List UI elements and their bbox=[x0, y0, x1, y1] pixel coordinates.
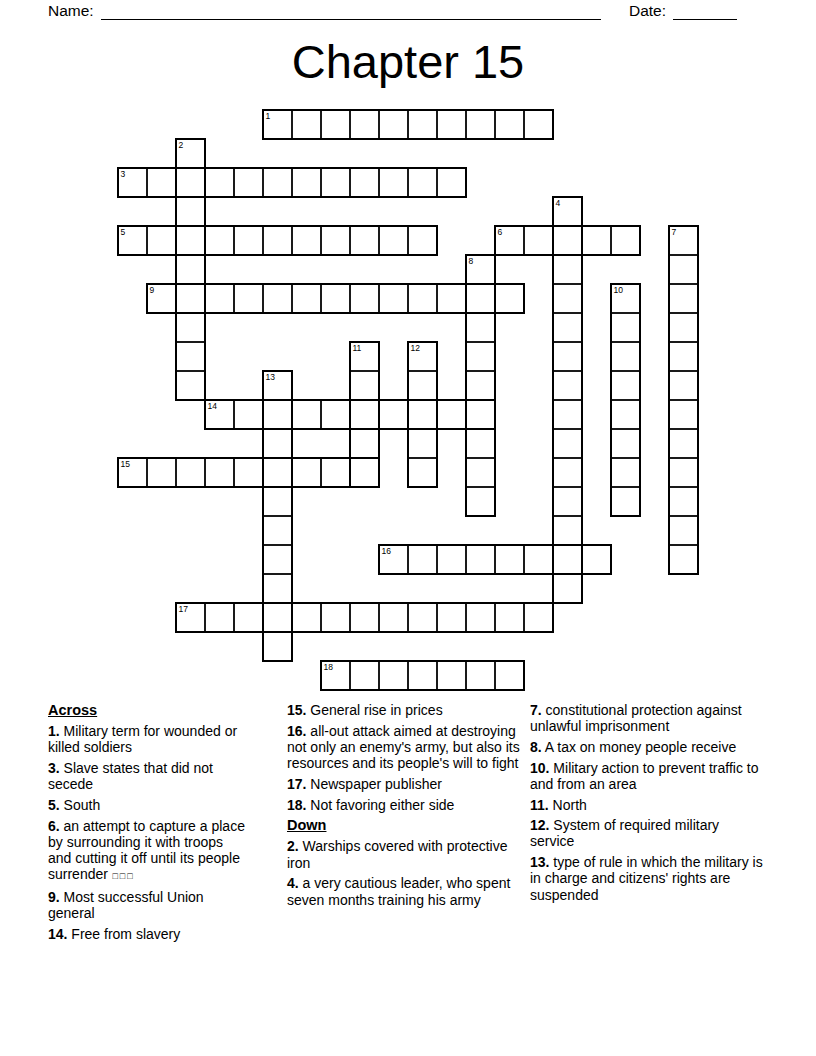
grid-cell-r5c15[interactable] bbox=[553, 255, 582, 284]
clue-number-label: 7. bbox=[530, 702, 542, 718]
grid-cell-r17c6[interactable] bbox=[292, 603, 321, 632]
clue-number-label: 1. bbox=[48, 723, 60, 739]
grid-cell-r4c6[interactable] bbox=[292, 226, 321, 255]
grid-cell-r2c3[interactable] bbox=[205, 168, 234, 197]
grid-cell-r10c9[interactable] bbox=[379, 400, 408, 429]
grid-cell-r17c2[interactable] bbox=[176, 603, 205, 632]
clue-4: 4. a very cautious leader, who spent sev… bbox=[287, 875, 532, 907]
grid-cell-r0c14[interactable] bbox=[524, 110, 553, 139]
grid-cell-r2c7[interactable] bbox=[321, 168, 350, 197]
grid-cell-r6c19[interactable] bbox=[669, 284, 698, 313]
grid-cell-r14c19[interactable] bbox=[669, 516, 698, 545]
grid-cell-r12c15[interactable] bbox=[553, 458, 582, 487]
grid-cell-r18c5[interactable] bbox=[263, 632, 292, 661]
grid-cell-r4c16[interactable] bbox=[582, 226, 611, 255]
grid-cell-r0c6[interactable] bbox=[292, 110, 321, 139]
clue-number-label: 8. bbox=[530, 739, 542, 755]
grid-cell-r4c4[interactable] bbox=[234, 226, 263, 255]
grid-cell-r12c8[interactable] bbox=[350, 458, 379, 487]
grid-cell-r11c12[interactable] bbox=[466, 429, 495, 458]
grid-cell-r8c2[interactable] bbox=[176, 342, 205, 371]
grid-cell-r16c5[interactable] bbox=[263, 574, 292, 603]
grid-cell-r15c11[interactable] bbox=[437, 545, 466, 574]
clue-7: 7. constitutional protection against unl… bbox=[530, 702, 767, 734]
grid-cell-r4c1[interactable] bbox=[147, 226, 176, 255]
grid-cell-r6c8[interactable] bbox=[350, 284, 379, 313]
grid-cell-r9c17[interactable] bbox=[611, 371, 640, 400]
grid-cell-r6c3[interactable] bbox=[205, 284, 234, 313]
grid-cell-r4c8[interactable] bbox=[350, 226, 379, 255]
grid-cell-r10c3[interactable] bbox=[205, 400, 234, 429]
name-label: Name: bbox=[48, 1, 94, 20]
clue-number-label: 4. bbox=[287, 875, 299, 891]
clue-number-label: 6. bbox=[48, 818, 60, 834]
grid-cell-r11c5[interactable] bbox=[263, 429, 292, 458]
grid-cell-r0c12[interactable] bbox=[466, 110, 495, 139]
grid-cell-r6c15[interactable] bbox=[553, 284, 582, 313]
missing-glyph-boxes: □□□ bbox=[108, 871, 135, 881]
grid-cell-r19c9[interactable] bbox=[379, 661, 408, 690]
grid-cell-r11c10[interactable] bbox=[408, 429, 437, 458]
grid-cell-r6c6[interactable] bbox=[292, 284, 321, 313]
grid-cell-r4c9[interactable] bbox=[379, 226, 408, 255]
grid-cell-r9c12[interactable] bbox=[466, 371, 495, 400]
grid-cell-r2c6[interactable] bbox=[292, 168, 321, 197]
grid-cell-r6c17[interactable] bbox=[611, 284, 640, 313]
clue-1: 1. Military term for wounded or killed s… bbox=[48, 723, 250, 755]
grid-cell-r4c13[interactable] bbox=[495, 226, 524, 255]
grid-cell-r6c7[interactable] bbox=[321, 284, 350, 313]
grid-cell-r0c10[interactable] bbox=[408, 110, 437, 139]
clue-number-label: 2. bbox=[287, 838, 299, 854]
grid-cell-r8c17[interactable] bbox=[611, 342, 640, 371]
clue-number-label: 16. bbox=[287, 723, 306, 739]
clue-5: 5. South bbox=[48, 797, 250, 813]
grid-cell-r13c5[interactable] bbox=[263, 487, 292, 516]
grid-cell-r15c14[interactable] bbox=[524, 545, 553, 574]
grid-cell-r4c7[interactable] bbox=[321, 226, 350, 255]
grid-cell-r6c10[interactable] bbox=[408, 284, 437, 313]
clue-2: 2. Warships covered with protective iron bbox=[287, 838, 532, 870]
grid-cell-r2c0[interactable] bbox=[118, 168, 147, 197]
grid-cell-r17c8[interactable] bbox=[350, 603, 379, 632]
grid-cell-r4c19[interactable] bbox=[669, 226, 698, 255]
grid-cell-r2c5[interactable] bbox=[263, 168, 292, 197]
grid-cell-r6c2[interactable] bbox=[176, 284, 205, 313]
grid-cell-r15c16[interactable] bbox=[582, 545, 611, 574]
grid-cell-r9c5[interactable] bbox=[263, 371, 292, 400]
clue-number-label: 5. bbox=[48, 797, 60, 813]
grid-cell-r5c2[interactable] bbox=[176, 255, 205, 284]
grid-cell-r3c15[interactable] bbox=[553, 197, 582, 226]
grid-cell-r19c13[interactable] bbox=[495, 661, 524, 690]
clue-11: 11. North bbox=[530, 797, 767, 813]
header: Name: Date: bbox=[48, 1, 737, 20]
clue-number-label: 18. bbox=[287, 797, 306, 813]
clue-14: 14. Free from slavery bbox=[48, 926, 250, 942]
grid-cell-r1c2[interactable] bbox=[176, 139, 205, 168]
grid-cell-r17c3[interactable] bbox=[205, 603, 234, 632]
grid-cell-r6c5[interactable] bbox=[263, 284, 292, 313]
grid-cell-r17c5[interactable] bbox=[263, 603, 292, 632]
grid-cell-r8c12[interactable] bbox=[466, 342, 495, 371]
grid-cell-r19c10[interactable] bbox=[408, 661, 437, 690]
grid-cell-r9c2[interactable] bbox=[176, 371, 205, 400]
grid-cell-r6c12[interactable] bbox=[466, 284, 495, 313]
grid-cell-r0c13[interactable] bbox=[495, 110, 524, 139]
grid-cell-r12c4[interactable] bbox=[234, 458, 263, 487]
grid-cell-r6c1[interactable] bbox=[147, 284, 176, 313]
grid-cell-r0c5[interactable] bbox=[263, 110, 292, 139]
grid-cell-r2c1[interactable] bbox=[147, 168, 176, 197]
grid-cell-r12c1[interactable] bbox=[147, 458, 176, 487]
grid-cell-r2c2[interactable] bbox=[176, 168, 205, 197]
clue-13: 13. type of rule in which the military i… bbox=[530, 854, 767, 903]
clues-column-middle: 15. General rise in prices16. all-out at… bbox=[287, 702, 532, 912]
grid-cell-r17c12[interactable] bbox=[466, 603, 495, 632]
grid-cell-r7c17[interactable] bbox=[611, 313, 640, 342]
grid-cell-r10c15[interactable] bbox=[553, 400, 582, 429]
grid-cell-r4c10[interactable] bbox=[408, 226, 437, 255]
clue-16: 16. all-out attack aimed at destroying n… bbox=[287, 723, 532, 772]
grid-cell-r7c19[interactable] bbox=[669, 313, 698, 342]
grid-cell-r12c0[interactable] bbox=[118, 458, 147, 487]
grid-cell-r7c12[interactable] bbox=[466, 313, 495, 342]
grid-cell-r5c12[interactable] bbox=[466, 255, 495, 284]
name-fill-line bbox=[101, 5, 601, 20]
clue-3: 3. Slave states that did not secede bbox=[48, 760, 250, 792]
grid-cell-r13c17[interactable] bbox=[611, 487, 640, 516]
grid-cell-r10c8[interactable] bbox=[350, 400, 379, 429]
grid-cell-r15c10[interactable] bbox=[408, 545, 437, 574]
grid-cell-r8c19[interactable] bbox=[669, 342, 698, 371]
grid-cell-r2c9[interactable] bbox=[379, 168, 408, 197]
clue-number-label: 3. bbox=[48, 760, 60, 776]
grid-cell-r13c15[interactable] bbox=[553, 487, 582, 516]
clue-15: 15. General rise in prices bbox=[287, 702, 532, 718]
grid-cell-r19c11[interactable] bbox=[437, 661, 466, 690]
clue-10: 10. Military action to prevent traffic t… bbox=[530, 760, 767, 792]
grid-cell-r6c9[interactable] bbox=[379, 284, 408, 313]
grid-cell-r8c10[interactable] bbox=[408, 342, 437, 371]
crossword-grid: 123456789101112131415161718 bbox=[118, 110, 699, 691]
grid-cell-r4c14[interactable] bbox=[524, 226, 553, 255]
grid-cell-r12c12[interactable] bbox=[466, 458, 495, 487]
grid-cell-r17c14[interactable] bbox=[524, 603, 553, 632]
grid-cell-r4c15[interactable] bbox=[553, 226, 582, 255]
grid-cell-r17c7[interactable] bbox=[321, 603, 350, 632]
grid-cell-r10c7[interactable] bbox=[321, 400, 350, 429]
clues-heading-across: Across bbox=[48, 702, 250, 718]
grid-cell-r12c5[interactable] bbox=[263, 458, 292, 487]
grid-cell-r4c17[interactable] bbox=[611, 226, 640, 255]
grid-cell-r11c8[interactable] bbox=[350, 429, 379, 458]
clue-number-label: 13. bbox=[530, 854, 549, 870]
grid-cell-r17c4[interactable] bbox=[234, 603, 263, 632]
grid-cell-r9c15[interactable] bbox=[553, 371, 582, 400]
date-label: Date: bbox=[629, 1, 666, 20]
clue-9: 9. Most successful Union general bbox=[48, 889, 250, 921]
grid-cell-r19c7[interactable] bbox=[321, 661, 350, 690]
grid-cell-r12c7[interactable] bbox=[321, 458, 350, 487]
grid-cell-r14c5[interactable] bbox=[263, 516, 292, 545]
clue-12: 12. System of required military service bbox=[530, 817, 767, 849]
grid-cell-r8c15[interactable] bbox=[553, 342, 582, 371]
clue-number-label: 9. bbox=[48, 889, 60, 905]
grid-cell-r2c11[interactable] bbox=[437, 168, 466, 197]
grid-cell-r19c8[interactable] bbox=[350, 661, 379, 690]
clues-column-right: 7. constitutional protection against unl… bbox=[530, 702, 767, 907]
grid-cell-r15c12[interactable] bbox=[466, 545, 495, 574]
grid-cell-r10c5[interactable] bbox=[263, 400, 292, 429]
clues-heading-down: Down bbox=[287, 817, 532, 833]
grid-cell-r11c19[interactable] bbox=[669, 429, 698, 458]
grid-cell-r12c17[interactable] bbox=[611, 458, 640, 487]
grid-cell-r12c6[interactable] bbox=[292, 458, 321, 487]
grid-cell-r0c7[interactable] bbox=[321, 110, 350, 139]
grid-cell-r10c17[interactable] bbox=[611, 400, 640, 429]
grid-cell-r2c8[interactable] bbox=[350, 168, 379, 197]
grid-cell-r4c3[interactable] bbox=[205, 226, 234, 255]
grid-cell-r12c3[interactable] bbox=[205, 458, 234, 487]
grid-cell-r10c10[interactable] bbox=[408, 400, 437, 429]
clues-column-left: Across1. Military term for wounded or ki… bbox=[48, 702, 250, 947]
grid-cell-r17c11[interactable] bbox=[437, 603, 466, 632]
clue-number-label: 11. bbox=[530, 797, 549, 813]
grid-cell-r2c10[interactable] bbox=[408, 168, 437, 197]
grid-cell-r13c12[interactable] bbox=[466, 487, 495, 516]
grid-cell-r8c8[interactable] bbox=[350, 342, 379, 371]
grid-cell-r12c19[interactable] bbox=[669, 458, 698, 487]
grid-cell-r0c11[interactable] bbox=[437, 110, 466, 139]
clue-number-label: 12. bbox=[530, 817, 549, 833]
grid-cell-r15c15[interactable] bbox=[553, 545, 582, 574]
clue-6: 6. an attempt to capture a place by surr… bbox=[48, 818, 250, 885]
grid-cell-r4c2[interactable] bbox=[176, 226, 205, 255]
clue-number-label: 14. bbox=[48, 926, 67, 942]
grid-cell-r7c2[interactable] bbox=[176, 313, 205, 342]
grid-cell-r0c8[interactable] bbox=[350, 110, 379, 139]
grid-cell-r17c13[interactable] bbox=[495, 603, 524, 632]
clue-18: 18. Not favoring either side bbox=[287, 797, 532, 813]
grid-cell-r4c0[interactable] bbox=[118, 226, 147, 255]
grid-cell-r10c19[interactable] bbox=[669, 400, 698, 429]
clue-number-label: 17. bbox=[287, 776, 306, 792]
clue-number-label: 10. bbox=[530, 760, 549, 776]
grid-cell-r14c15[interactable] bbox=[553, 516, 582, 545]
grid-cell-r4c5[interactable] bbox=[263, 226, 292, 255]
grid-cell-r11c15[interactable] bbox=[553, 429, 582, 458]
clue-17: 17. Newspaper publisher bbox=[287, 776, 532, 792]
grid-cell-r10c4[interactable] bbox=[234, 400, 263, 429]
grid-cell-r15c19[interactable] bbox=[669, 545, 698, 574]
grid-cell-r11c17[interactable] bbox=[611, 429, 640, 458]
grid-cell-r6c13[interactable] bbox=[495, 284, 524, 313]
grid-cell-r16c15[interactable] bbox=[553, 574, 582, 603]
grid-cell-r15c5[interactable] bbox=[263, 545, 292, 574]
grid-cell-r15c13[interactable] bbox=[495, 545, 524, 574]
grid-cell-r19c12[interactable] bbox=[466, 661, 495, 690]
grid-cell-r12c2[interactable] bbox=[176, 458, 205, 487]
grid-cell-r9c10[interactable] bbox=[408, 371, 437, 400]
grid-cell-r17c10[interactable] bbox=[408, 603, 437, 632]
grid-cell-r9c8[interactable] bbox=[350, 371, 379, 400]
grid-cell-r2c4[interactable] bbox=[234, 168, 263, 197]
clue-number-label: 15. bbox=[287, 702, 306, 718]
grid-cell-r6c11[interactable] bbox=[437, 284, 466, 313]
grid-cell-r12c10[interactable] bbox=[408, 458, 437, 487]
grid-cell-r6c4[interactable] bbox=[234, 284, 263, 313]
grid-cell-r13c19[interactable] bbox=[669, 487, 698, 516]
grid-cell-r7c15[interactable] bbox=[553, 313, 582, 342]
grid-cell-r3c2[interactable] bbox=[176, 197, 205, 226]
grid-cell-r10c6[interactable] bbox=[292, 400, 321, 429]
page-title: Chapter 15 bbox=[0, 34, 816, 89]
date-fill-line bbox=[673, 5, 737, 20]
clue-8: 8. A tax on money people receive bbox=[530, 739, 767, 755]
grid-cell-r15c9[interactable] bbox=[379, 545, 408, 574]
grid-cell-r9c19[interactable] bbox=[669, 371, 698, 400]
grid-cell-r10c11[interactable] bbox=[437, 400, 466, 429]
grid-cell-r0c9[interactable] bbox=[379, 110, 408, 139]
worksheet-page: Name: Date: Chapter 15 12345678910111213… bbox=[0, 0, 816, 1056]
grid-cell-r5c19[interactable] bbox=[669, 255, 698, 284]
grid-cell-r17c9[interactable] bbox=[379, 603, 408, 632]
grid-cell-r10c12[interactable] bbox=[466, 400, 495, 429]
